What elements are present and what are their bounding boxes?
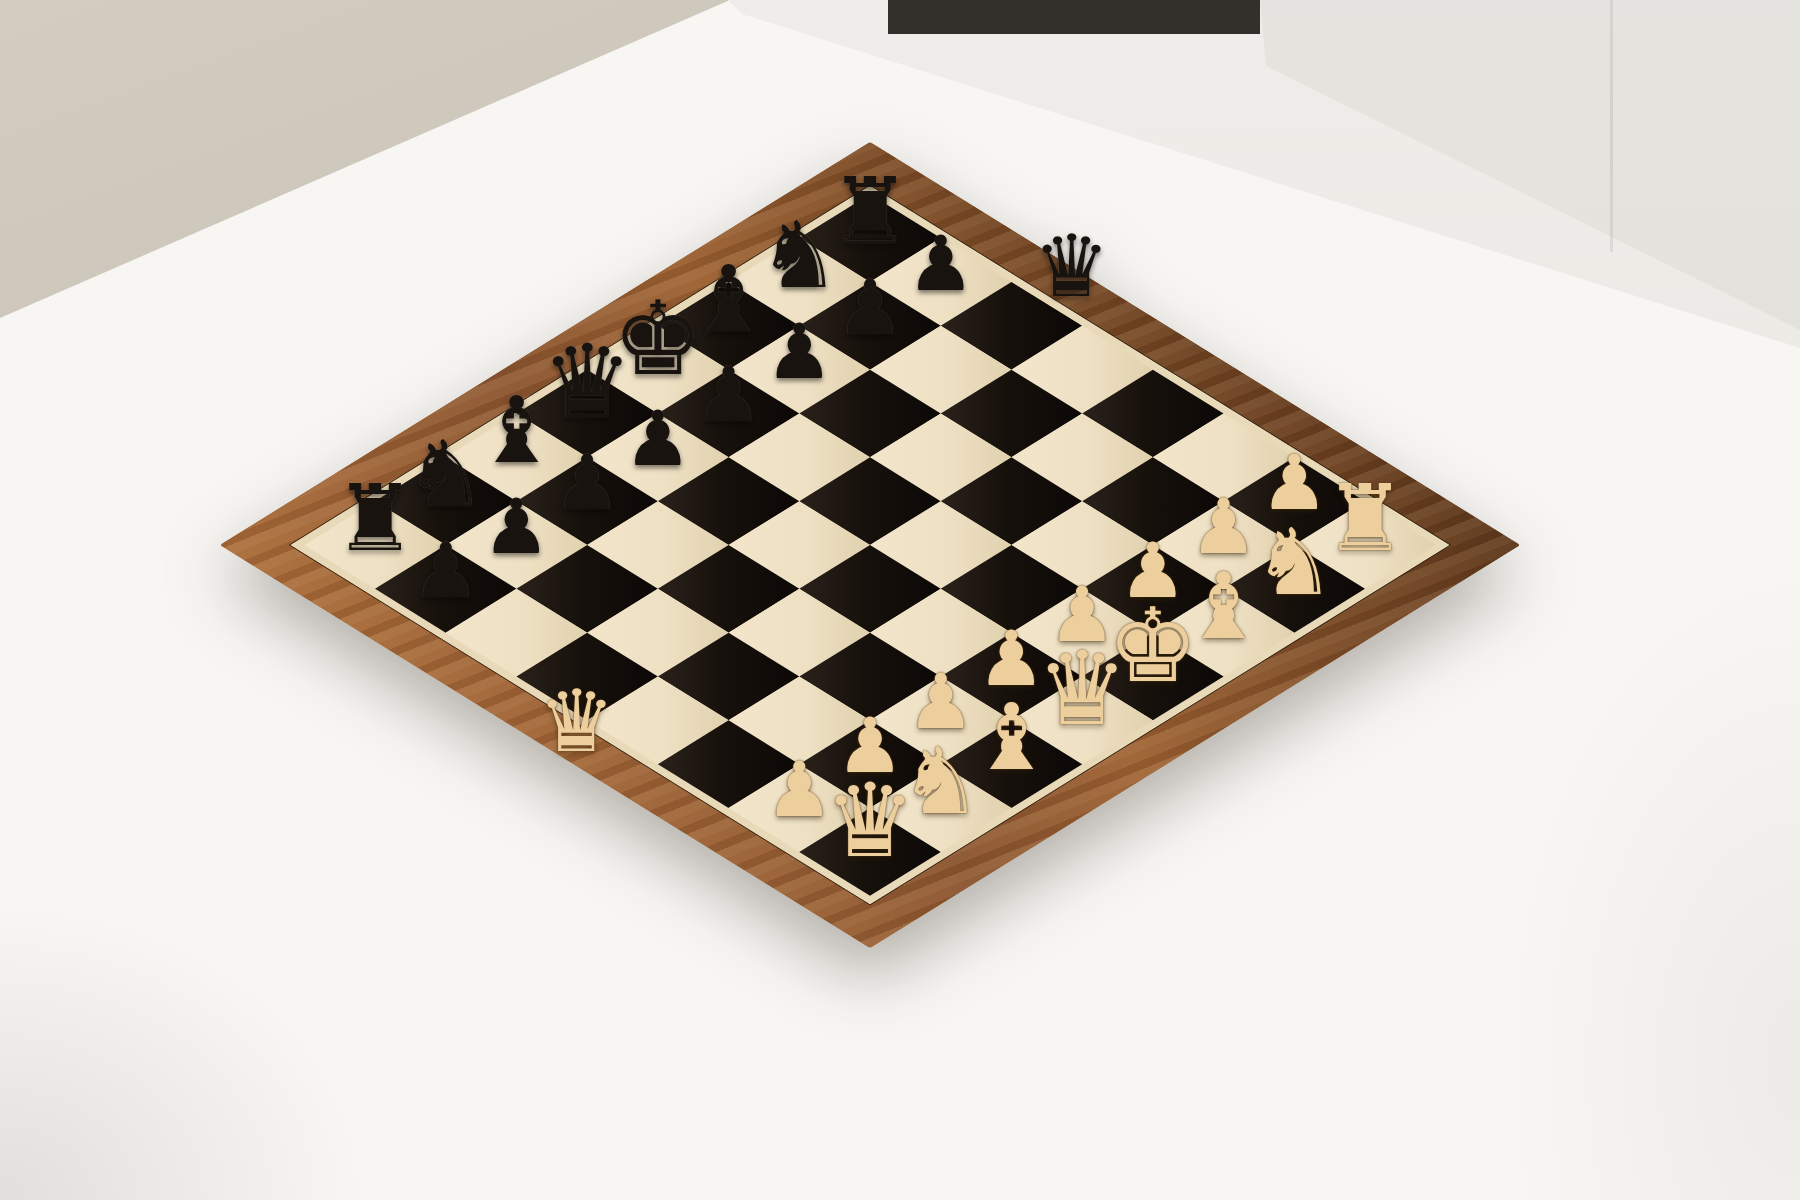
chess-board-frame: ♜♞♝♛♚♝♞♜♟♟♟♟♟♟♟♟♟♟♟♟♟♟♟♟♛♞♝♛♚♝♞♜ ♛♛: [219, 142, 1520, 949]
chess-board: ♜♞♝♛♚♝♞♜♟♟♟♟♟♟♟♟♟♟♟♟♟♟♟♟♛♞♝♛♚♝♞♜: [304, 194, 1435, 895]
table-right-shade: [1380, 500, 1800, 1200]
wall-seam-line: [1610, 0, 1613, 252]
wall-dark-band: [888, 0, 1260, 34]
piece-white-queen: ♛: [800, 770, 940, 872]
board-trim: ♜♞♝♛♚♝♞♜♟♟♟♟♟♟♟♟♟♟♟♟♟♟♟♟♛♞♝♛♚♝♞♜: [290, 186, 1450, 905]
scene: { "game": "chess", "scene_type": "overhe…: [0, 0, 1800, 1200]
chess-board-assembly: ♜♞♝♛♚♝♞♜♟♟♟♟♟♟♟♟♟♟♟♟♟♟♟♟♛♞♝♛♚♝♞♜ ♛♛: [410, 85, 1330, 1005]
spare-queen-white: ♛: [507, 678, 647, 764]
square-a1: ♛: [799, 808, 940, 896]
piece-black-pawn: ♟: [376, 533, 516, 609]
